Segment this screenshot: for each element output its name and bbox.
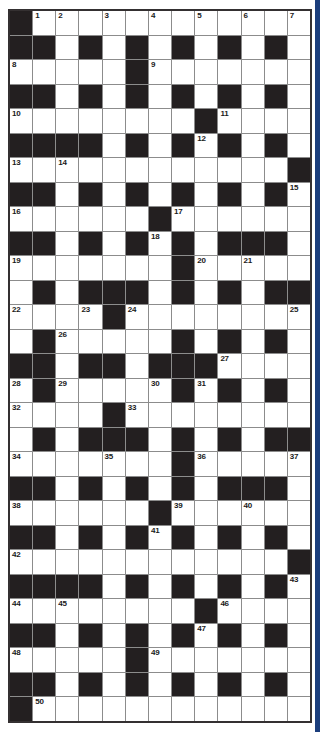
cell-r17c2[interactable] [33, 403, 55, 427]
cell-r12c7[interactable] [149, 281, 171, 305]
cell-r15c8 [172, 354, 194, 378]
cell-r10c5[interactable] [103, 232, 125, 256]
cell-r28c3[interactable] [56, 673, 78, 697]
cell-r29c10[interactable] [218, 697, 240, 721]
cell-r10c9[interactable] [195, 232, 217, 256]
cell-r14c13[interactable] [288, 330, 310, 354]
clue-number-15: 15 [290, 183, 299, 193]
cell-r13c6[interactable]: 24 [126, 305, 148, 329]
cell-r16c13[interactable] [288, 379, 310, 403]
cell-r9c4[interactable] [79, 207, 101, 231]
cell-r20c3[interactable] [56, 477, 78, 501]
cell-r6c5[interactable] [103, 134, 125, 158]
cell-r17c6[interactable]: 33 [126, 403, 148, 427]
cell-r18c3[interactable] [56, 428, 78, 452]
cell-r21c10[interactable] [218, 501, 240, 525]
cell-r5c6[interactable] [126, 109, 148, 133]
cell-r27c3[interactable] [56, 648, 78, 672]
cell-r12c9[interactable] [195, 281, 217, 305]
cell-r21c1[interactable]: 38 [10, 501, 32, 525]
clue-number-14: 14 [58, 158, 67, 168]
cell-r5c11[interactable] [242, 109, 264, 133]
cell-r23c9[interactable] [195, 550, 217, 574]
cell-r11c10[interactable] [218, 256, 240, 280]
cell-r5c2[interactable] [33, 109, 55, 133]
cell-r16c4[interactable] [79, 379, 101, 403]
cell-r13c7[interactable] [149, 305, 171, 329]
cell-r7c3[interactable]: 14 [56, 158, 78, 182]
cell-r26c9[interactable]: 47 [195, 624, 217, 648]
cell-r22c5[interactable] [103, 526, 125, 550]
cell-r22c9[interactable] [195, 526, 217, 550]
clue-number-44: 44 [12, 599, 21, 609]
cell-r7c8[interactable] [172, 158, 194, 182]
cell-r4c5[interactable] [103, 85, 125, 109]
cell-r27c6 [126, 648, 148, 672]
cell-r28c13[interactable] [288, 673, 310, 697]
cell-r11c1[interactable]: 19 [10, 256, 32, 280]
cell-r9c9[interactable] [195, 207, 217, 231]
cell-r7c4[interactable] [79, 158, 101, 182]
cell-r4c9[interactable] [195, 85, 217, 109]
cell-r25c10[interactable]: 46 [218, 599, 240, 623]
cell-r27c4[interactable] [79, 648, 101, 672]
cell-r5c4[interactable] [79, 109, 101, 133]
cell-r7c9[interactable] [195, 158, 217, 182]
cell-r28c4 [79, 673, 101, 697]
cell-r3c9[interactable] [195, 60, 217, 84]
cell-r29c5[interactable] [103, 697, 125, 721]
cell-r3c7[interactable]: 9 [149, 60, 171, 84]
cell-r4c13[interactable] [288, 85, 310, 109]
cell-r13c1[interactable]: 22 [10, 305, 32, 329]
cell-r29c8[interactable] [172, 697, 194, 721]
cell-r19c4[interactable] [79, 452, 101, 476]
cell-r18c9[interactable] [195, 428, 217, 452]
cell-r4c11[interactable] [242, 85, 264, 109]
cell-r13c2[interactable] [33, 305, 55, 329]
cell-r8c9[interactable] [195, 183, 217, 207]
cell-r19c10[interactable] [218, 452, 240, 476]
cell-r1c10[interactable] [218, 11, 240, 35]
cell-r1c3[interactable]: 2 [56, 11, 78, 35]
cell-r28c7[interactable] [149, 673, 171, 697]
cell-r19c5[interactable]: 35 [103, 452, 125, 476]
cell-r27c1[interactable]: 48 [10, 648, 32, 672]
cell-r24c11[interactable] [242, 575, 264, 599]
cell-r18c11[interactable] [242, 428, 264, 452]
cell-r29c4[interactable] [79, 697, 101, 721]
cell-r14c6[interactable] [126, 330, 148, 354]
cell-r6c13[interactable] [288, 134, 310, 158]
cell-r16c7[interactable]: 30 [149, 379, 171, 403]
cell-r13c8[interactable] [172, 305, 194, 329]
cell-r11c4[interactable] [79, 256, 101, 280]
cell-r15c2 [33, 354, 55, 378]
cell-r20c10 [218, 477, 240, 501]
cell-r24c13[interactable]: 43 [288, 575, 310, 599]
cell-r17c10[interactable] [218, 403, 240, 427]
cell-r17c3[interactable] [56, 403, 78, 427]
cell-r29c2[interactable]: 50 [33, 697, 55, 721]
cell-r3c13[interactable] [288, 60, 310, 84]
cell-r13c3[interactable] [56, 305, 78, 329]
cell-r23c8[interactable] [172, 550, 194, 574]
cell-r9c13[interactable] [288, 207, 310, 231]
cell-r27c13[interactable] [288, 648, 310, 672]
clue-number-12: 12 [197, 134, 206, 144]
cell-r28c9[interactable] [195, 673, 217, 697]
cell-r27c5[interactable] [103, 648, 125, 672]
cell-r13c11[interactable] [242, 305, 264, 329]
cell-r2c5[interactable] [103, 36, 125, 60]
cell-r9c8[interactable]: 17 [172, 207, 194, 231]
cell-r13c4[interactable]: 23 [79, 305, 101, 329]
cell-r6c7[interactable] [149, 134, 171, 158]
cell-r10c3[interactable] [56, 232, 78, 256]
cell-r29c13[interactable] [288, 697, 310, 721]
cell-r13c13[interactable]: 25 [288, 305, 310, 329]
cell-r13c5 [103, 305, 125, 329]
cell-r8c7[interactable] [149, 183, 171, 207]
cell-r10c13[interactable] [288, 232, 310, 256]
cell-r19c6[interactable] [126, 452, 148, 476]
cell-r19c1[interactable]: 34 [10, 452, 32, 476]
cell-r27c8[interactable] [172, 648, 194, 672]
cell-r17c4[interactable] [79, 403, 101, 427]
cell-r9c1[interactable]: 16 [10, 207, 32, 231]
cell-r29c9[interactable] [195, 697, 217, 721]
cell-r1c6[interactable] [126, 11, 148, 35]
clue-number-22: 22 [12, 305, 21, 315]
cell-r27c10[interactable] [218, 648, 240, 672]
cell-r11c12[interactable] [265, 256, 287, 280]
cell-r27c9[interactable] [195, 648, 217, 672]
cell-r17c11[interactable] [242, 403, 264, 427]
cell-r11c2[interactable] [33, 256, 55, 280]
cell-r12c8 [172, 281, 194, 305]
cell-r10c6 [126, 232, 148, 256]
cell-r5c9 [195, 109, 217, 133]
cell-r5c10[interactable]: 11 [218, 109, 240, 133]
cell-r1c1 [10, 11, 32, 35]
cell-r3c2[interactable] [33, 60, 55, 84]
cell-r7c12[interactable] [265, 158, 287, 182]
cell-r13c10[interactable] [218, 305, 240, 329]
cell-r29c7[interactable] [149, 697, 171, 721]
cell-r8c3[interactable] [56, 183, 78, 207]
cell-r26c5[interactable] [103, 624, 125, 648]
cell-r3c10[interactable] [218, 60, 240, 84]
cell-r15c13[interactable] [288, 354, 310, 378]
cell-r7c1[interactable]: 13 [10, 158, 32, 182]
cell-r14c7[interactable] [149, 330, 171, 354]
cell-r26c7[interactable] [149, 624, 171, 648]
cell-r25c2[interactable] [33, 599, 55, 623]
cell-r11c13[interactable] [288, 256, 310, 280]
cell-r22c13[interactable] [288, 526, 310, 550]
cell-r14c5[interactable] [103, 330, 125, 354]
cell-r3c8[interactable] [172, 60, 194, 84]
cell-r21c6[interactable] [126, 501, 148, 525]
cell-r12c1[interactable] [10, 281, 32, 305]
cell-r17c8[interactable] [172, 403, 194, 427]
cell-r25c3[interactable]: 45 [56, 599, 78, 623]
cell-r11c6[interactable] [126, 256, 148, 280]
cell-r14c11[interactable] [242, 330, 264, 354]
cell-r8c5[interactable] [103, 183, 125, 207]
cell-r15c6[interactable] [126, 354, 148, 378]
cell-r28c5[interactable] [103, 673, 125, 697]
cell-r2c9[interactable] [195, 36, 217, 60]
cell-r1c12[interactable] [265, 11, 287, 35]
cell-r3c4[interactable] [79, 60, 101, 84]
cell-r17c13[interactable] [288, 403, 310, 427]
cell-r5c8[interactable] [172, 109, 194, 133]
cell-r16c11[interactable] [242, 379, 264, 403]
cell-r1c2[interactable]: 1 [33, 11, 55, 35]
cell-r19c11[interactable] [242, 452, 264, 476]
cell-r4c4 [79, 85, 101, 109]
cell-r21c5[interactable] [103, 501, 125, 525]
cell-r29c3[interactable] [56, 697, 78, 721]
right-accent-bar [315, 0, 320, 732]
cell-r3c12[interactable] [265, 60, 287, 84]
cell-r13c9[interactable] [195, 305, 217, 329]
cell-r24c9[interactable] [195, 575, 217, 599]
cell-r9c3[interactable] [56, 207, 78, 231]
cell-r2c7[interactable] [149, 36, 171, 60]
cell-r4c7[interactable] [149, 85, 171, 109]
cell-r14c4[interactable] [79, 330, 101, 354]
cell-r9c11[interactable] [242, 207, 264, 231]
cell-r3c5[interactable] [103, 60, 125, 84]
cell-r21c3[interactable] [56, 501, 78, 525]
cell-r11c11[interactable]: 21 [242, 256, 264, 280]
cell-r19c2[interactable] [33, 452, 55, 476]
clue-number-49: 49 [151, 648, 160, 658]
cell-r23c12[interactable] [265, 550, 287, 574]
cell-r1c8[interactable] [172, 11, 194, 35]
cell-r26c2 [33, 624, 55, 648]
cell-r12c12 [265, 281, 287, 305]
clue-number-8: 8 [12, 60, 16, 70]
cell-r8c4 [79, 183, 101, 207]
cell-r26c3[interactable] [56, 624, 78, 648]
cell-r21c13[interactable] [288, 501, 310, 525]
cell-r24c7[interactable] [149, 575, 171, 599]
cell-r12c11[interactable] [242, 281, 264, 305]
cell-r21c2[interactable] [33, 501, 55, 525]
cell-r18c6 [126, 428, 148, 452]
cell-r20c1 [10, 477, 32, 501]
cell-r1c13[interactable]: 7 [288, 11, 310, 35]
cell-r16c5[interactable] [103, 379, 125, 403]
cell-r23c2[interactable] [33, 550, 55, 574]
cell-r24c6 [126, 575, 148, 599]
cell-r5c3[interactable] [56, 109, 78, 133]
cell-r15c4 [79, 354, 101, 378]
cell-r15c10[interactable]: 27 [218, 354, 240, 378]
cell-r19c7[interactable] [149, 452, 171, 476]
cell-r14c3[interactable]: 26 [56, 330, 78, 354]
cell-r24c10 [218, 575, 240, 599]
cell-r19c3[interactable] [56, 452, 78, 476]
cell-r1c4[interactable] [79, 11, 101, 35]
cell-r9c10[interactable] [218, 207, 240, 231]
cell-r22c8 [172, 526, 194, 550]
cell-r27c7[interactable]: 49 [149, 648, 171, 672]
cell-r5c12[interactable] [265, 109, 287, 133]
cell-r17c12[interactable] [265, 403, 287, 427]
cell-r7c2[interactable] [33, 158, 55, 182]
cell-r2c11[interactable] [242, 36, 264, 60]
cell-r23c4[interactable] [79, 550, 101, 574]
cell-r3c1[interactable]: 8 [10, 60, 32, 84]
cell-r14c9[interactable] [195, 330, 217, 354]
cell-r8c11[interactable] [242, 183, 264, 207]
cell-r7c6[interactable] [126, 158, 148, 182]
cell-r9c5[interactable] [103, 207, 125, 231]
cell-r6c11[interactable] [242, 134, 264, 158]
cell-r20c5[interactable] [103, 477, 125, 501]
cell-r25c9 [195, 599, 217, 623]
cell-r15c3[interactable] [56, 354, 78, 378]
cell-r5c1[interactable]: 10 [10, 109, 32, 133]
cell-r17c7[interactable] [149, 403, 171, 427]
cell-r25c12[interactable] [265, 599, 287, 623]
cell-r22c3[interactable] [56, 526, 78, 550]
cell-r5c5[interactable] [103, 109, 125, 133]
cell-r21c12[interactable] [265, 501, 287, 525]
cell-r27c2[interactable] [33, 648, 55, 672]
cell-r16c9[interactable]: 31 [195, 379, 217, 403]
cell-r2c3[interactable] [56, 36, 78, 60]
cell-r25c7[interactable] [149, 599, 171, 623]
cell-r2c13[interactable] [288, 36, 310, 60]
cell-r12c3[interactable] [56, 281, 78, 305]
cell-r9c6[interactable] [126, 207, 148, 231]
cell-r12c4 [79, 281, 101, 305]
clue-number-38: 38 [12, 501, 21, 511]
cell-r11c7[interactable] [149, 256, 171, 280]
cell-r25c6[interactable] [126, 599, 148, 623]
clue-number-39: 39 [174, 501, 183, 511]
cell-r16c1[interactable]: 28 [10, 379, 32, 403]
cell-r26c13[interactable] [288, 624, 310, 648]
cell-r7c5[interactable] [103, 158, 125, 182]
cell-r22c11[interactable] [242, 526, 264, 550]
cell-r21c9[interactable] [195, 501, 217, 525]
cell-r29c11[interactable] [242, 697, 264, 721]
cell-r23c5[interactable] [103, 550, 125, 574]
cell-r5c7[interactable] [149, 109, 171, 133]
cell-r21c8[interactable]: 39 [172, 501, 194, 525]
cell-r23c11[interactable] [242, 550, 264, 574]
cell-r20c9[interactable] [195, 477, 217, 501]
cell-r7c7[interactable] [149, 158, 171, 182]
cell-r3c3[interactable] [56, 60, 78, 84]
cell-r18c7[interactable] [149, 428, 171, 452]
cell-r2c6 [126, 36, 148, 60]
cell-r21c4[interactable] [79, 501, 101, 525]
cell-r20c7[interactable] [149, 477, 171, 501]
cell-r14c1[interactable] [10, 330, 32, 354]
cell-r23c10[interactable] [218, 550, 240, 574]
cell-r7c10[interactable] [218, 158, 240, 182]
cell-r5c13[interactable] [288, 109, 310, 133]
cell-r1c5[interactable]: 3 [103, 11, 125, 35]
cell-r23c1[interactable]: 42 [10, 550, 32, 574]
cell-r18c1[interactable] [10, 428, 32, 452]
cell-r1c11[interactable]: 6 [242, 11, 264, 35]
cell-r17c1[interactable]: 32 [10, 403, 32, 427]
cell-r16c3[interactable]: 29 [56, 379, 78, 403]
cell-r11c9[interactable]: 20 [195, 256, 217, 280]
clue-number-7: 7 [290, 11, 294, 21]
cell-r23c6[interactable] [126, 550, 148, 574]
cell-r8c13[interactable]: 15 [288, 183, 310, 207]
cell-r25c4[interactable] [79, 599, 101, 623]
cell-r20c6 [126, 477, 148, 501]
clue-number-35: 35 [105, 452, 114, 462]
cell-r11c3[interactable] [56, 256, 78, 280]
cell-r1c7[interactable]: 4 [149, 11, 171, 35]
cell-r2c8 [172, 36, 194, 60]
cell-r23c3[interactable] [56, 550, 78, 574]
cell-r26c11[interactable] [242, 624, 264, 648]
cell-r15c11[interactable] [242, 354, 264, 378]
cell-r16c6[interactable] [126, 379, 148, 403]
cell-r25c11[interactable] [242, 599, 264, 623]
clue-number-5: 5 [197, 11, 201, 21]
cell-r17c9[interactable] [195, 403, 217, 427]
cell-r19c12[interactable] [265, 452, 287, 476]
cell-r2c4 [79, 36, 101, 60]
cell-r19c9[interactable]: 36 [195, 452, 217, 476]
cell-r10c7[interactable]: 18 [149, 232, 171, 256]
cell-r25c5[interactable] [103, 599, 125, 623]
cell-r6c9[interactable]: 12 [195, 134, 217, 158]
cell-r23c7[interactable] [149, 550, 171, 574]
cell-r13c12[interactable] [265, 305, 287, 329]
cell-r19c13[interactable]: 37 [288, 452, 310, 476]
cell-r25c8[interactable] [172, 599, 194, 623]
cell-r4c3[interactable] [56, 85, 78, 109]
cell-r21c11[interactable]: 40 [242, 501, 264, 525]
cell-r27c12[interactable] [265, 648, 287, 672]
cell-r20c8 [172, 477, 194, 501]
cell-r18c4 [79, 428, 101, 452]
cell-r9c12[interactable] [265, 207, 287, 231]
clue-number-9: 9 [151, 60, 155, 70]
cell-r20c13[interactable] [288, 477, 310, 501]
cell-r22c7[interactable]: 41 [149, 526, 171, 550]
cell-r29c12[interactable] [265, 697, 287, 721]
cell-r27c11[interactable] [242, 648, 264, 672]
cell-r1c9[interactable]: 5 [195, 11, 217, 35]
cell-r7c11[interactable] [242, 158, 264, 182]
cell-r28c11[interactable] [242, 673, 264, 697]
cell-r24c5[interactable] [103, 575, 125, 599]
cell-r25c1[interactable]: 44 [10, 599, 32, 623]
cell-r9c2[interactable] [33, 207, 55, 231]
cell-r3c11[interactable] [242, 60, 264, 84]
cell-r29c6[interactable] [126, 697, 148, 721]
cell-r11c5[interactable] [103, 256, 125, 280]
cell-r15c12[interactable] [265, 354, 287, 378]
cell-r25c13[interactable] [288, 599, 310, 623]
